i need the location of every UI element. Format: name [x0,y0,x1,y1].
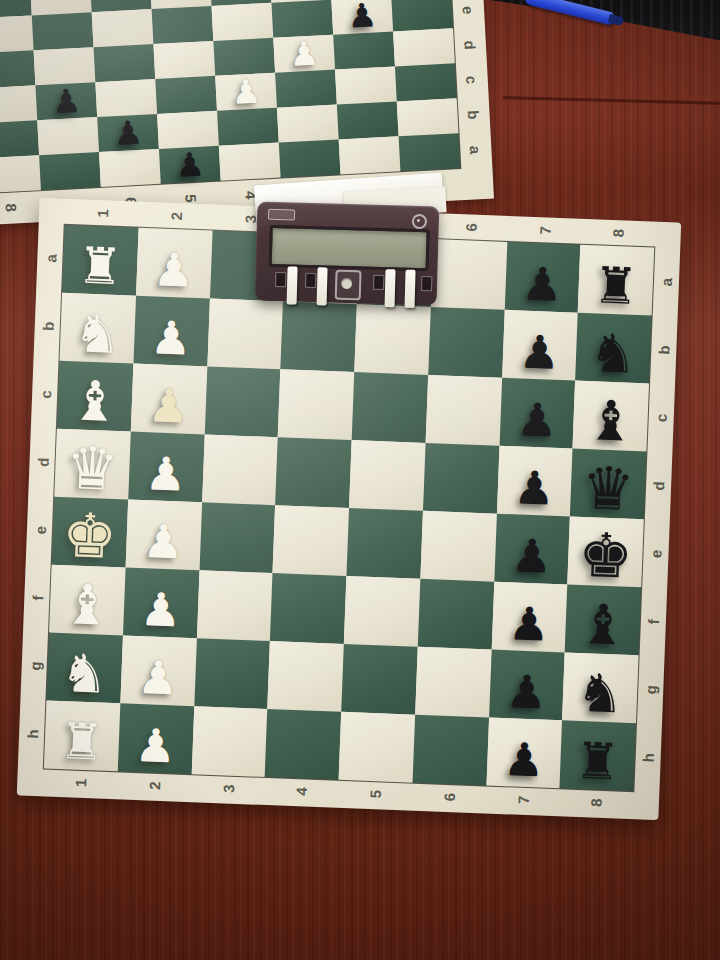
main-square-a7: ♟ [504,242,580,313]
main-square-g5 [341,644,417,715]
top-square-b7 [37,117,99,155]
clock-lcd-display [269,225,430,271]
white-king: ♚ [61,504,118,567]
main-square-h2: ♟ [118,703,194,774]
main-square-f6 [418,579,494,650]
main-square-d7: ♟ [496,446,572,517]
demo-board-grid: ♟♟♟♟♟♟ [0,0,460,193]
main-square-b3 [207,298,283,369]
top-square-e2: ♟ [331,0,393,35]
white-bishop: ♝ [69,373,120,430]
top-square-b8 [0,120,39,158]
main-square-d1: ♛ [54,429,130,500]
top-square-b6: ♟ [97,114,159,152]
black-pawn: ♟ [518,328,561,376]
main-square-d5 [349,440,425,511]
black-pawn: ♟ [51,84,82,119]
white-rook: ♜ [58,716,105,768]
demo-file-label-a: a [457,133,494,167]
main-square-b1: ♞ [59,293,135,364]
main-square-e8: ♚ [568,516,644,587]
black-pawn: ♟ [521,260,564,308]
black-king: ♚ [577,524,634,587]
clock-setting-icon-1 [275,272,286,287]
chess-clock [255,201,440,305]
top-square-b5 [157,111,219,149]
top-square-c2 [335,66,397,104]
main-square-g3 [194,638,270,709]
demo-rank-label-8: 8 [0,177,29,239]
black-knight: ♞ [575,666,625,721]
top-square-c4: ♟ [215,73,277,111]
rank-label-bottom-6: 6 [434,760,463,835]
main-square-b4 [281,301,357,372]
white-queen: ♛ [65,438,120,499]
main-square-c1: ♝ [57,361,133,432]
top-square-d3: ♟ [273,35,335,73]
file-label-right-f: f [618,607,687,636]
file-label-right-a: a [631,268,700,297]
top-square-d1 [393,28,455,66]
top-square-d8 [0,50,35,88]
main-square-b7: ♟ [502,310,578,381]
main-square-e6 [420,511,496,582]
photo-scene: ♟♟♟♟♟♟ fedcba 87654321 12345678 abcdefgh… [0,0,720,960]
main-square-f5 [344,576,420,647]
rank-label-bottom-4: 4 [287,754,316,829]
main-square-e1: ♚ [52,497,128,568]
file-label-right-g: g [616,675,685,704]
main-square-d6 [423,443,499,514]
main-square-e2: ♟ [125,500,201,571]
main-square-f1: ♝ [49,565,125,636]
black-bishop: ♝ [585,393,636,450]
main-square-e5 [346,508,422,579]
white-pawn: ♟ [144,450,187,498]
top-square-c3 [275,70,337,108]
main-square-c7: ♟ [499,378,575,449]
black-knight: ♞ [589,326,639,381]
black-pawn: ♟ [112,116,143,151]
main-square-g1: ♞ [46,633,122,704]
top-square-c7: ♟ [35,82,97,120]
black-queen: ♛ [581,458,636,519]
white-pawn: ♟ [147,382,190,430]
top-square-d4 [213,38,275,76]
main-square-d2: ♟ [128,432,204,503]
black-bishop: ♝ [577,597,628,654]
rank-label-bottom-5: 5 [361,757,390,832]
main-square-g2: ♟ [120,635,196,706]
clock-setting-icon-4 [421,276,432,291]
black-rook: ♜ [574,736,621,788]
clock-lever-button-4[interactable] [405,270,416,308]
top-square-e5 [152,6,214,44]
clock-brand-logo [268,209,295,221]
main-square-g7: ♟ [489,650,565,721]
main-square-f7: ♟ [491,582,567,653]
file-label-right-h: h [613,743,682,772]
black-pawn: ♟ [505,668,548,716]
main-square-b5 [354,304,430,375]
clock-power-button[interactable] [335,270,362,301]
top-square-d7 [34,47,96,85]
clock-lever-button-2[interactable] [317,267,328,305]
main-square-c3 [204,366,280,437]
black-pawn: ♟ [515,396,558,444]
main-square-h7: ♟ [486,718,562,789]
top-square-e7 [32,12,94,50]
black-pawn: ♟ [510,532,553,580]
top-square-b3 [277,105,339,143]
white-pawn: ♟ [137,654,180,702]
main-square-c6 [425,375,501,446]
main-square-h1: ♜ [44,701,120,772]
white-pawn: ♟ [139,586,182,634]
main-square-f4 [270,573,346,644]
main-square-c5 [352,372,428,443]
white-pawn: ♟ [289,36,320,71]
demo-file-label-e: e [450,0,487,27]
main-square-e4 [273,505,349,576]
demo-file-label-d: d [452,28,489,62]
file-label-right-c: c [626,404,695,433]
clock-sound-icon [412,214,427,229]
top-square-e6 [92,9,154,47]
main-square-b6 [428,307,504,378]
black-pawn: ♟ [502,736,545,784]
top-square-c1 [395,63,457,101]
top-square-b4 [217,108,279,146]
main-square-d3 [202,434,278,505]
white-pawn: ♟ [150,314,193,362]
top-square-c6 [95,79,157,117]
main-square-d4 [275,437,351,508]
clock-lever-button-1[interactable] [287,266,298,304]
black-pawn: ♟ [513,464,556,512]
main-square-f2: ♟ [123,567,199,638]
demo-file-label-b: b [455,98,492,132]
top-square-d2 [333,31,395,69]
white-pawn: ♟ [134,722,177,770]
black-pawn: ♟ [174,148,205,183]
main-board-grid: ♜♟♟♜♞♟♟♞♝♟♟♝♛♟♟♛♚♟♟♚♝♟♟♝♞♟♟♞♜♟♟♜ [44,225,654,791]
main-square-g4 [268,641,344,712]
top-square-b2 [337,101,399,139]
demo-file-label-c: c [453,63,490,97]
rank-label-bottom-3: 3 [213,751,242,826]
top-square-e1 [391,0,453,31]
top-square-d6 [94,44,156,82]
main-square-f3 [196,570,272,641]
white-bishop: ♝ [61,577,112,634]
top-square-d5 [153,41,215,79]
white-knight: ♞ [73,306,123,361]
top-square-e8 [0,15,34,53]
top-square-e4 [212,3,274,41]
main-square-a1: ♜ [62,225,138,296]
white-knight: ♞ [60,646,110,701]
top-square-b1 [397,98,459,136]
file-label-right-b: b [629,336,698,365]
black-pawn: ♟ [347,0,378,33]
main-square-e3 [199,502,275,573]
white-pawn: ♟ [142,518,185,566]
main-square-b2: ♟ [133,296,209,367]
white-pawn: ♟ [230,75,261,110]
top-square-c5 [155,76,217,114]
clock-setting-icon-2 [305,273,316,288]
main-square-a2: ♟ [136,228,212,299]
main-square-e7: ♟ [494,514,570,585]
clock-lever-button-3[interactable] [385,269,396,307]
black-pawn: ♟ [508,600,551,648]
main-square-c2: ♟ [131,364,207,435]
top-square-c8 [0,85,37,123]
white-rook: ♜ [77,240,124,292]
clock-setting-icon-3 [373,275,384,290]
main-square-a6 [431,239,507,310]
top-square-e3 [271,0,333,38]
black-rook: ♜ [593,260,640,312]
main-square-g6 [415,647,491,718]
main-square-c4 [278,369,354,440]
white-pawn: ♟ [152,246,195,294]
